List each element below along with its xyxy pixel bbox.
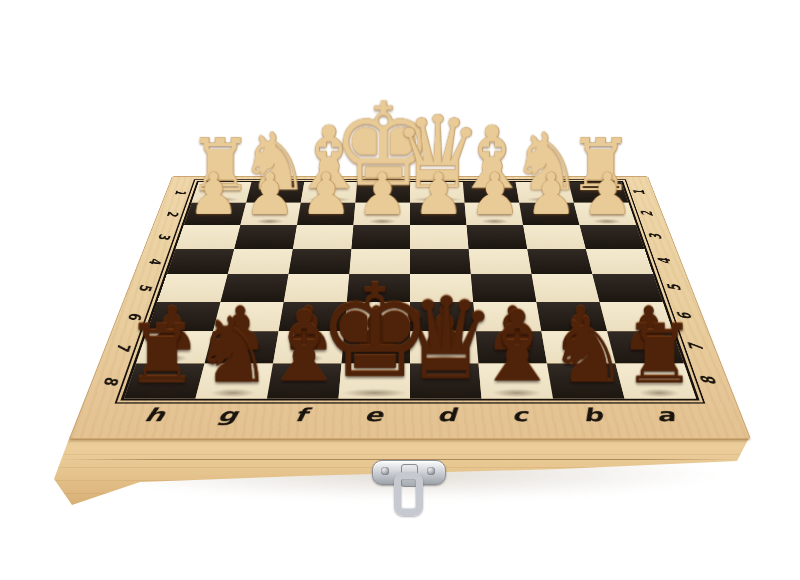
square-f3[interactable] bbox=[293, 225, 354, 249]
file-label-text: b bbox=[580, 404, 604, 426]
file-label-text: e bbox=[364, 404, 383, 426]
rank-label-text: 5 bbox=[135, 284, 157, 291]
square-d2[interactable]: ♟ bbox=[410, 203, 467, 225]
file-label-d: d bbox=[410, 399, 485, 439]
square-b4[interactable] bbox=[527, 249, 592, 274]
rank-label-text: 2 bbox=[163, 211, 183, 216]
rank-label-text: 8 bbox=[99, 376, 124, 384]
file-label-a: a bbox=[625, 399, 710, 439]
piece-black-rook-h8[interactable]: ♜ bbox=[125, 316, 198, 393]
file-label-h: h bbox=[110, 399, 195, 439]
square-b3[interactable] bbox=[523, 225, 586, 249]
square-e8[interactable]: ♚ bbox=[338, 364, 410, 399]
rank-label-text: 4 bbox=[145, 258, 166, 264]
latch-loop bbox=[394, 472, 423, 516]
latch bbox=[368, 458, 448, 520]
square-a3[interactable] bbox=[580, 225, 645, 249]
rank-label-text: 3 bbox=[645, 234, 666, 240]
rank-label-text: 3 bbox=[154, 234, 175, 240]
screw-icon bbox=[381, 467, 389, 475]
square-b2[interactable]: ♟ bbox=[519, 203, 579, 225]
square-g2[interactable]: ♟ bbox=[240, 203, 300, 225]
square-c4[interactable] bbox=[469, 249, 532, 274]
file-label-text: a bbox=[653, 404, 678, 426]
file-label-text: g bbox=[216, 404, 240, 426]
file-label-text: c bbox=[510, 404, 529, 426]
piece-black-knight-g8[interactable]: ♞ bbox=[192, 308, 273, 394]
piece-white-pawn-e2[interactable]: ♟ bbox=[356, 167, 408, 222]
chess-board: 1♜♞♝♚♛♝♞♜12♟♟♟♟♟♟♟♟2334455667♟♟♟♟♟♟♟♟78♜… bbox=[69, 176, 751, 439]
piece-black-knight-b8[interactable]: ♞ bbox=[547, 308, 628, 394]
screw-icon bbox=[427, 467, 435, 475]
square-d3[interactable] bbox=[410, 225, 469, 249]
piece-white-pawn-d2[interactable]: ♟ bbox=[412, 167, 464, 222]
rank-label-text: 4 bbox=[654, 258, 675, 264]
square-h4[interactable] bbox=[167, 249, 234, 274]
piece-black-king-e8[interactable]: ♚ bbox=[317, 271, 433, 393]
rank-label-text: 8 bbox=[696, 376, 721, 384]
board-perspective-wrap: 1♜♞♝♚♛♝♞♜12♟♟♟♟♟♟♟♟2334455667♟♟♟♟♟♟♟♟78♜… bbox=[69, 0, 749, 437]
rank-label-text: 2 bbox=[637, 211, 657, 216]
file-label-text: d bbox=[436, 404, 456, 426]
rank-label-text: 5 bbox=[663, 284, 685, 291]
square-c3[interactable] bbox=[467, 225, 528, 249]
square-g4[interactable] bbox=[228, 249, 293, 274]
square-h3[interactable] bbox=[176, 225, 241, 249]
square-g8[interactable]: ♞ bbox=[195, 364, 273, 399]
piece-white-pawn-f2[interactable]: ♟ bbox=[300, 167, 352, 222]
chess-set-photo: 1♜♞♝♚♛♝♞♜12♟♟♟♟♟♟♟♟2334455667♟♟♟♟♟♟♟♟78♜… bbox=[0, 0, 800, 580]
piece-white-pawn-a2[interactable]: ♟ bbox=[581, 167, 633, 222]
file-label-g: g bbox=[185, 399, 267, 439]
rank-label-right-2: 2 bbox=[628, 203, 666, 225]
square-h2[interactable]: ♟ bbox=[184, 203, 246, 225]
piece-white-pawn-g2[interactable]: ♟ bbox=[243, 167, 295, 222]
file-label-e: e bbox=[335, 399, 410, 439]
square-c2[interactable]: ♟ bbox=[465, 203, 523, 225]
square-a4[interactable] bbox=[586, 249, 653, 274]
square-f2[interactable]: ♟ bbox=[297, 203, 355, 225]
square-e3[interactable] bbox=[351, 225, 410, 249]
file-label-f: f bbox=[260, 399, 338, 439]
piece-black-rook-a8[interactable]: ♜ bbox=[622, 316, 695, 393]
file-label-text: h bbox=[142, 404, 168, 426]
file-label-c: c bbox=[482, 399, 560, 439]
piece-white-pawn-h2[interactable]: ♟ bbox=[187, 167, 239, 222]
piece-white-pawn-c2[interactable]: ♟ bbox=[468, 167, 520, 222]
square-b8[interactable]: ♞ bbox=[547, 364, 625, 399]
square-g3[interactable] bbox=[234, 225, 297, 249]
piece-white-pawn-b2[interactable]: ♟ bbox=[525, 167, 577, 222]
file-label-text: f bbox=[293, 404, 308, 426]
file-label-b: b bbox=[553, 399, 635, 439]
square-a2[interactable]: ♟ bbox=[574, 203, 636, 225]
square-e2[interactable]: ♟ bbox=[353, 203, 410, 225]
